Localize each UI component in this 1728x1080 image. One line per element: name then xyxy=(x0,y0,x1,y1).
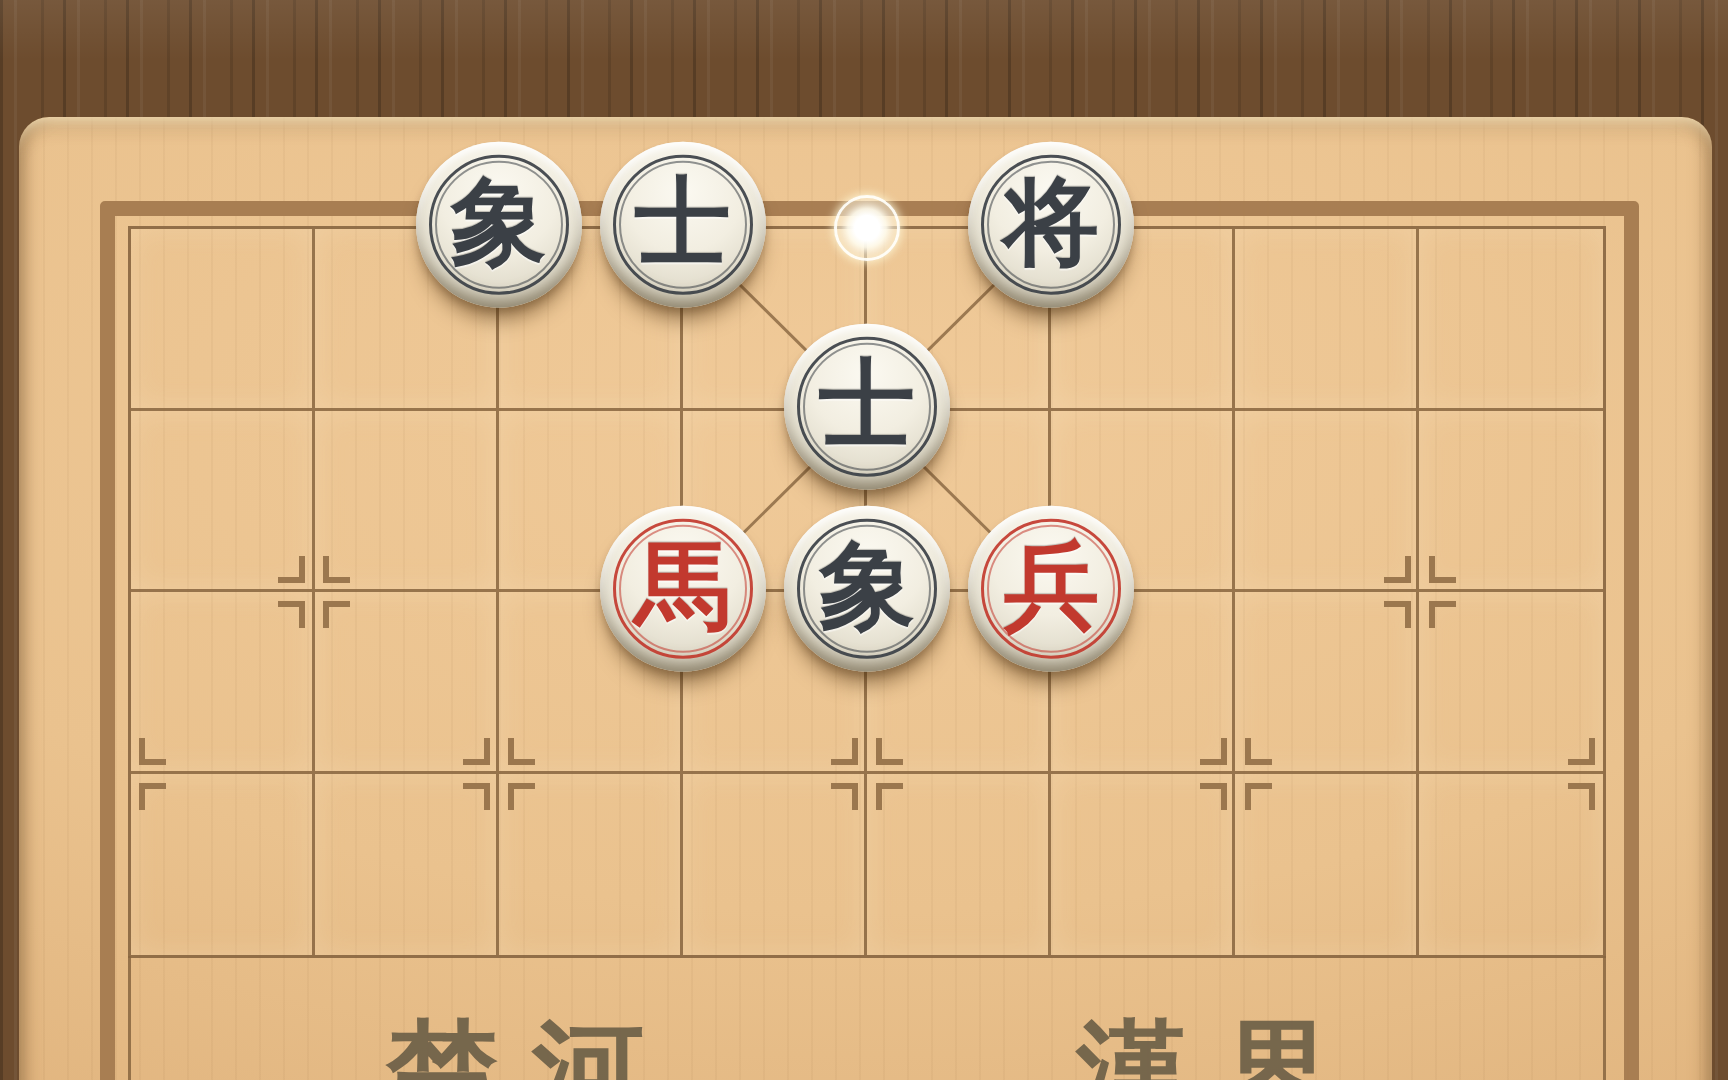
cannon-point-marker xyxy=(278,556,305,583)
black-elephant-piece[interactable]: 象 xyxy=(416,142,582,308)
piece-character: 兵 xyxy=(968,506,1134,672)
soldier-point-marker xyxy=(1200,783,1227,810)
cannon-point-marker xyxy=(1429,601,1456,628)
black-general-piece[interactable]: 将 xyxy=(968,142,1134,308)
soldier-point-marker xyxy=(1568,783,1595,810)
left-edge-file-line xyxy=(128,956,131,1080)
soldier-point-marker xyxy=(463,738,490,765)
soldier-point-marker xyxy=(1245,738,1272,765)
cannon-point-marker xyxy=(1384,556,1411,583)
soldier-point-marker xyxy=(139,738,166,765)
soldier-point-marker xyxy=(876,783,903,810)
river-label-chu-he: 楚河 xyxy=(386,998,678,1080)
black-advisor-piece[interactable]: 士 xyxy=(784,324,950,490)
piece-character: 馬 xyxy=(600,506,766,672)
black-elephant-piece[interactable]: 象 xyxy=(784,506,950,672)
river-label-han-jie: 漢界 xyxy=(1076,998,1368,1080)
board-cell[interactable] xyxy=(131,229,315,411)
soldier-point-marker xyxy=(876,738,903,765)
red-horse-piece[interactable]: 馬 xyxy=(600,506,766,672)
red-soldier-piece[interactable]: 兵 xyxy=(968,506,1134,672)
soldier-point-marker xyxy=(1200,738,1227,765)
cannon-point-marker xyxy=(323,556,350,583)
piece-character: 象 xyxy=(784,506,950,672)
piece-character: 象 xyxy=(416,142,582,308)
cannon-point-marker xyxy=(1429,556,1456,583)
soldier-point-marker xyxy=(831,783,858,810)
piece-character: 将 xyxy=(968,142,1134,308)
cannon-point-marker xyxy=(323,601,350,628)
piece-character: 士 xyxy=(784,324,950,490)
game-screen: 楚河 漢界 象士将士馬象兵 xyxy=(0,0,1728,1080)
right-edge-file-line xyxy=(1603,956,1606,1080)
black-advisor-piece[interactable]: 士 xyxy=(600,142,766,308)
board-cell[interactable] xyxy=(1235,229,1419,411)
soldier-point-marker xyxy=(463,783,490,810)
last-move-glow-ring xyxy=(834,195,900,261)
cannon-point-marker xyxy=(1384,601,1411,628)
board-cell[interactable] xyxy=(1419,229,1603,411)
soldier-point-marker xyxy=(508,783,535,810)
soldier-point-marker xyxy=(1568,738,1595,765)
cannon-point-marker xyxy=(278,601,305,628)
soldier-point-marker xyxy=(508,738,535,765)
soldier-point-marker xyxy=(1245,783,1272,810)
soldier-point-marker xyxy=(139,783,166,810)
soldier-point-marker xyxy=(831,738,858,765)
piece-character: 士 xyxy=(600,142,766,308)
